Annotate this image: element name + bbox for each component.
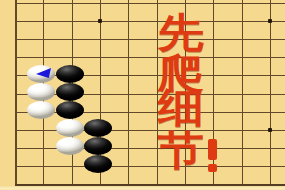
stone-black-D2: [84, 155, 112, 173]
grid-vline: [242, 0, 243, 184]
star-point-K4: [268, 128, 272, 132]
stone-black-D3: [84, 137, 112, 155]
stone-black-C6: [56, 83, 84, 101]
grid-vline: [270, 0, 271, 184]
go-board-screenshot: 先爬细节: [0, 0, 285, 190]
star-point-K10: [268, 19, 272, 23]
stone-white-B7: [27, 65, 55, 83]
stone-white-C3: [56, 137, 84, 155]
caption-char-4: 节: [149, 130, 214, 172]
star-point-D10: [98, 19, 102, 23]
stone-white-C4: [56, 119, 84, 137]
grid-vline: [128, 0, 129, 184]
caption-char-3: 细: [149, 87, 214, 129]
stone-black-C5: [56, 101, 84, 119]
board-bottom-bevel: [0, 186, 285, 190]
board-edge-line-left: [15, 0, 17, 184]
stone-white-B6: [27, 83, 55, 101]
stone-black-C7: [56, 65, 84, 83]
last-move-triangle-marker: [36, 68, 51, 78]
stone-white-B5: [27, 101, 55, 119]
go-board[interactable]: [0, 0, 285, 190]
exclamation-bar: [208, 139, 217, 160]
stone-black-D4: [84, 119, 112, 137]
exclamation-dot: [208, 164, 217, 172]
grid-hline: [15, 3, 285, 4]
caption-char-1: 先: [149, 12, 214, 54]
